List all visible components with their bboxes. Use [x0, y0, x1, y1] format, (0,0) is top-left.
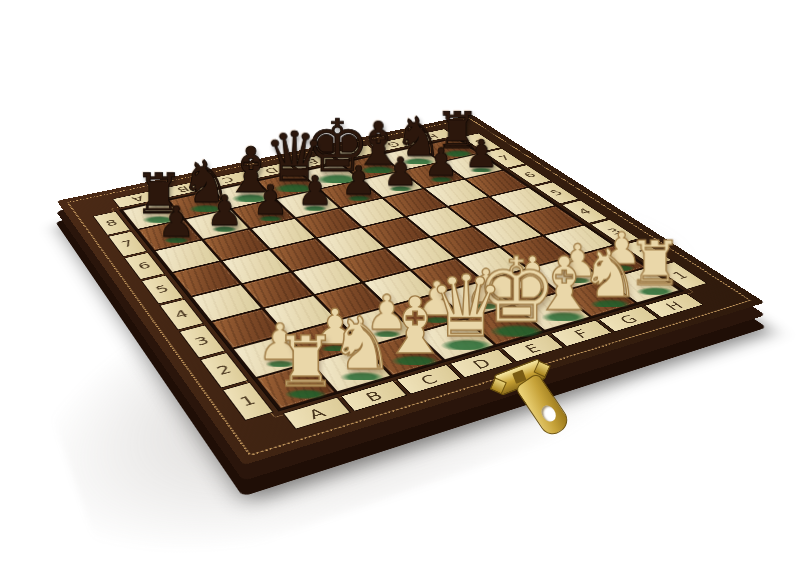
file-label-g: G — [615, 312, 641, 326]
file-label-f: F — [570, 327, 593, 341]
square-b6[interactable] — [204, 229, 268, 260]
brass-latch — [488, 356, 578, 466]
file-label-a: A — [304, 405, 328, 422]
piece-black-pawn[interactable]: ♟ — [297, 170, 333, 210]
rank-label-4: 4 — [574, 206, 594, 216]
rank-label-6: 6 — [135, 260, 153, 272]
piece-black-pawn[interactable]: ♟ — [341, 161, 377, 201]
piece-white-knight[interactable]: ♞ — [329, 307, 395, 380]
piece-white-rook[interactable]: ♜ — [274, 327, 337, 397]
file-label-b: B — [361, 388, 386, 404]
rank-label-5: 5 — [153, 283, 172, 295]
piece-black-pawn[interactable]: ♟ — [424, 143, 459, 182]
chess-set-photo: ABCDEFGH ABCDEFGH 87654321 87654321 ♜♞♝♛… — [0, 0, 800, 564]
rank-label-cell: 6 — [124, 252, 165, 279]
rank-label-6: 6 — [520, 170, 539, 179]
latch-hasp — [514, 372, 572, 439]
file-label-c: C — [416, 371, 441, 387]
rank-label-5: 5 — [547, 188, 566, 197]
piece-black-pawn[interactable]: ♟ — [464, 134, 498, 172]
rank-label-7: 7 — [119, 238, 136, 249]
latch-hole — [539, 403, 559, 424]
rank-label-8: 8 — [103, 218, 120, 228]
piece-black-pawn[interactable]: ♟ — [383, 152, 418, 191]
piece-black-pawn[interactable]: ♟ — [157, 200, 195, 242]
rank-label-4: 4 — [171, 308, 190, 321]
file-label-h: H — [661, 299, 687, 312]
piece-black-pawn[interactable]: ♟ — [252, 180, 289, 221]
rank-label-1: 1 — [236, 393, 258, 409]
rank-label-3: 3 — [192, 334, 212, 348]
rank-label-cell: 4 — [159, 299, 204, 330]
file-label-e: E — [520, 341, 544, 355]
piece-black-pawn[interactable]: ♟ — [205, 190, 242, 232]
rank-label-2: 2 — [213, 362, 234, 377]
